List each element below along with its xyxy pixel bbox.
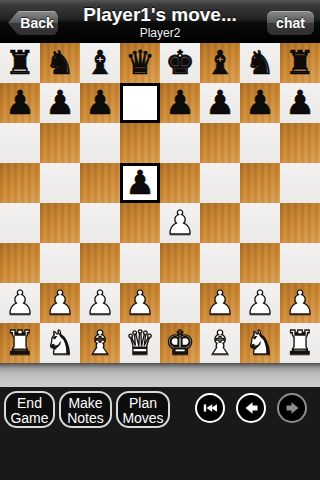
step-forward-button[interactable]	[277, 393, 307, 423]
piece-black-knight[interactable]: ♞	[40, 43, 80, 83]
square-d2[interactable]: ♟	[120, 283, 160, 323]
square-b2[interactable]: ♟	[40, 283, 80, 323]
square-b1[interactable]: ♞	[40, 323, 80, 363]
board-bottom-strip	[0, 363, 320, 387]
chat-button[interactable]: chat	[267, 11, 314, 35]
square-e3[interactable]	[160, 243, 200, 283]
square-d6[interactable]	[120, 123, 160, 163]
square-a7[interactable]: ♟	[0, 83, 40, 123]
square-f1[interactable]: ♝	[200, 323, 240, 363]
piece-white-queen[interactable]: ♛	[120, 323, 160, 363]
square-a3[interactable]	[0, 243, 40, 283]
step-back-button[interactable]	[236, 393, 266, 423]
square-g4[interactable]	[240, 203, 280, 243]
page-title: Player1's move...	[60, 4, 260, 26]
piece-black-pawn[interactable]: ♟	[160, 83, 200, 123]
piece-white-knight[interactable]: ♞	[240, 323, 280, 363]
piece-white-bishop[interactable]: ♝	[200, 323, 240, 363]
square-f7[interactable]: ♟	[200, 83, 240, 123]
skip-to-start-button[interactable]	[195, 393, 225, 423]
square-h1[interactable]: ♜	[280, 323, 320, 363]
square-c1[interactable]: ♝	[80, 323, 120, 363]
piece-white-pawn[interactable]: ♟	[160, 203, 200, 243]
square-f8[interactable]: ♝	[200, 43, 240, 83]
square-g7[interactable]: ♟	[240, 83, 280, 123]
piece-white-pawn[interactable]: ♟	[120, 283, 160, 323]
square-h3[interactable]	[280, 243, 320, 283]
square-h6[interactable]	[280, 123, 320, 163]
plan-moves-button[interactable]: Plan Moves	[116, 391, 170, 428]
square-d8[interactable]: ♛	[120, 43, 160, 83]
square-b5[interactable]	[40, 163, 80, 203]
bottom-toolbar: End Game Make Notes Plan Moves	[0, 387, 320, 480]
square-e1[interactable]: ♚	[160, 323, 200, 363]
piece-black-knight[interactable]: ♞	[240, 43, 280, 83]
square-e7[interactable]: ♟	[160, 83, 200, 123]
square-b4[interactable]	[40, 203, 80, 243]
piece-white-king[interactable]: ♚	[160, 323, 200, 363]
skip-to-start-icon	[201, 400, 219, 416]
page-subtitle: Player2	[60, 26, 260, 40]
piece-black-rook[interactable]: ♜	[280, 43, 320, 83]
make-notes-button[interactable]: Make Notes	[59, 391, 112, 428]
square-d1[interactable]: ♛	[120, 323, 160, 363]
forward-arrow-icon	[284, 400, 301, 416]
square-g3[interactable]	[240, 243, 280, 283]
square-c4[interactable]	[80, 203, 120, 243]
piece-black-pawn[interactable]: ♟	[200, 83, 240, 123]
square-a5[interactable]	[0, 163, 40, 203]
piece-white-pawn[interactable]: ♟	[80, 283, 120, 323]
square-d5[interactable]: ♟	[120, 163, 160, 203]
piece-black-rook[interactable]: ♜	[0, 43, 40, 83]
end-game-button[interactable]: End Game	[4, 391, 55, 428]
piece-white-rook[interactable]: ♜	[0, 323, 40, 363]
piece-black-queen[interactable]: ♛	[120, 43, 160, 83]
square-e5[interactable]	[160, 163, 200, 203]
piece-black-pawn[interactable]: ♟	[40, 83, 80, 123]
piece-black-pawn[interactable]: ♟	[0, 83, 40, 123]
piece-white-knight[interactable]: ♞	[40, 323, 80, 363]
plan-moves-label-line1: Plan	[120, 396, 166, 411]
piece-white-pawn[interactable]: ♟	[200, 283, 240, 323]
piece-black-bishop[interactable]: ♝	[200, 43, 240, 83]
square-h2[interactable]: ♟	[280, 283, 320, 323]
square-a4[interactable]	[0, 203, 40, 243]
square-e6[interactable]	[160, 123, 200, 163]
piece-white-pawn[interactable]: ♟	[240, 283, 280, 323]
end-game-label-line1: End	[8, 396, 51, 411]
plan-moves-label-line2: Moves	[120, 411, 166, 426]
square-c7[interactable]: ♟	[80, 83, 120, 123]
square-g8[interactable]: ♞	[240, 43, 280, 83]
square-c8[interactable]: ♝	[80, 43, 120, 83]
square-h5[interactable]	[280, 163, 320, 203]
square-h8[interactable]: ♜	[280, 43, 320, 83]
piece-black-king[interactable]: ♚	[160, 43, 200, 83]
square-h7[interactable]: ♟	[280, 83, 320, 123]
square-c3[interactable]	[80, 243, 120, 283]
square-c6[interactable]	[80, 123, 120, 163]
square-h4[interactable]	[280, 203, 320, 243]
square-g6[interactable]	[240, 123, 280, 163]
square-a8[interactable]: ♜	[0, 43, 40, 83]
square-b8[interactable]: ♞	[40, 43, 80, 83]
chess-board: ♜♞♝♛♚♝♞♜♟♟♟♟♟♟♟♟♟♟♟♟♟♟♟♟♜♞♝♛♚♝♞♜	[0, 43, 320, 363]
square-e4[interactable]: ♟	[160, 203, 200, 243]
square-a1[interactable]: ♜	[0, 323, 40, 363]
square-a2[interactable]: ♟	[0, 283, 40, 323]
square-d3[interactable]	[120, 243, 160, 283]
piece-white-bishop[interactable]: ♝	[80, 323, 120, 363]
square-g1[interactable]: ♞	[240, 323, 280, 363]
square-c5[interactable]	[80, 163, 120, 203]
piece-white-pawn[interactable]: ♟	[40, 283, 80, 323]
square-b6[interactable]	[40, 123, 80, 163]
square-e2[interactable]	[160, 283, 200, 323]
square-f4[interactable]	[200, 203, 240, 243]
square-g2[interactable]: ♟	[240, 283, 280, 323]
piece-black-pawn[interactable]: ♟	[120, 163, 160, 203]
square-d4[interactable]	[120, 203, 160, 243]
square-f6[interactable]	[200, 123, 240, 163]
end-game-label-line2: Game	[8, 411, 51, 426]
piece-black-pawn[interactable]: ♟	[80, 83, 120, 123]
make-notes-label-line1: Make	[63, 396, 108, 411]
back-arrow-icon	[243, 400, 260, 416]
piece-white-rook[interactable]: ♜	[280, 323, 320, 363]
piece-black-pawn[interactable]: ♟	[240, 83, 280, 123]
square-b3[interactable]	[40, 243, 80, 283]
square-e8[interactable]: ♚	[160, 43, 200, 83]
square-g5[interactable]	[240, 163, 280, 203]
piece-black-bishop[interactable]: ♝	[80, 43, 120, 83]
app-screen: Back Player1's move... Player2 chat ♜♞♝♛…	[0, 0, 320, 480]
square-f3[interactable]	[200, 243, 240, 283]
square-f2[interactable]: ♟	[200, 283, 240, 323]
square-d7[interactable]	[120, 83, 160, 123]
piece-white-pawn[interactable]: ♟	[280, 283, 320, 323]
make-notes-label-line2: Notes	[63, 411, 108, 426]
square-c2[interactable]: ♟	[80, 283, 120, 323]
back-button[interactable]: Back	[8, 11, 58, 35]
navigation-bar: Back Player1's move... Player2 chat	[0, 0, 320, 43]
piece-black-pawn[interactable]: ♟	[280, 83, 320, 123]
piece-white-pawn[interactable]: ♟	[0, 283, 40, 323]
square-b7[interactable]: ♟	[40, 83, 80, 123]
square-f5[interactable]	[200, 163, 240, 203]
square-a6[interactable]	[0, 123, 40, 163]
